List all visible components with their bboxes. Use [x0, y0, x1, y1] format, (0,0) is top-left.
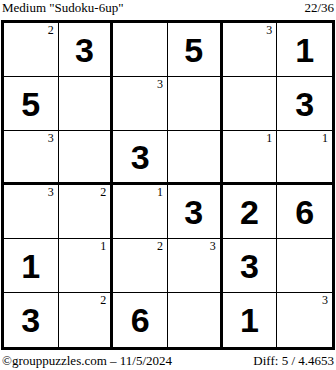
- pencil-mark: 1: [322, 132, 328, 144]
- given-digit: 3: [240, 249, 259, 283]
- cell-r2c3[interactable]: 3: [113, 77, 168, 131]
- given-digit: 6: [131, 303, 150, 337]
- cell-r4c2[interactable]: 2: [59, 185, 114, 239]
- given-digit: 3: [295, 87, 314, 121]
- puzzle-page: Medium "Sudoku-6up" 22/36 23531533331132…: [0, 0, 336, 370]
- cell-r1c3[interactable]: [113, 23, 168, 77]
- sudoku-board: 2353153333113213261123332613: [1, 20, 335, 350]
- cell-r2c5[interactable]: [223, 77, 278, 131]
- pencil-mark: 3: [48, 186, 54, 198]
- cell-r3c6[interactable]: 1: [277, 131, 332, 185]
- cell-r1c4[interactable]: 5: [168, 23, 223, 77]
- pencil-mark: 2: [100, 294, 106, 306]
- cell-r2c1[interactable]: 5: [4, 77, 59, 131]
- cell-r1c5[interactable]: 3: [223, 23, 278, 77]
- cell-r6c3[interactable]: 6: [113, 293, 168, 347]
- cell-r4c5[interactable]: 2: [223, 185, 278, 239]
- pencil-mark: 1: [266, 132, 272, 144]
- pencil-mark: 2: [100, 186, 106, 198]
- cell-r4c1[interactable]: 3: [4, 185, 59, 239]
- pencil-mark: 2: [48, 24, 54, 36]
- pencil-mark: 3: [210, 240, 216, 252]
- cell-r1c2[interactable]: 3: [59, 23, 114, 77]
- cell-r1c1[interactable]: 2: [4, 23, 59, 77]
- cell-r4c6[interactable]: 6: [277, 185, 332, 239]
- cell-r3c2[interactable]: [59, 131, 114, 185]
- pencil-mark: 1: [157, 186, 163, 198]
- cell-r1c6[interactable]: 1: [277, 23, 332, 77]
- cell-r6c2[interactable]: 2: [59, 293, 114, 347]
- pencil-mark: 3: [266, 24, 272, 36]
- cell-r4c3[interactable]: 1: [113, 185, 168, 239]
- puzzle-title: Medium "Sudoku-6up": [2, 0, 123, 15]
- cell-r2c6[interactable]: 3: [277, 77, 332, 131]
- footer: ©grouppuzzles.com – 11/5/2024 Diff: 5 / …: [2, 352, 334, 368]
- cell-r5c4[interactable]: 3: [168, 239, 223, 293]
- cell-r4c4[interactable]: 3: [168, 185, 223, 239]
- copyright-credit: ©grouppuzzles.com – 11/5/2024: [2, 354, 172, 368]
- difficulty-label: Diff: 5 / 4.4653: [253, 354, 334, 368]
- given-digit: 3: [75, 33, 94, 67]
- cell-r6c1[interactable]: 3: [4, 293, 59, 347]
- cell-r6c4[interactable]: [168, 293, 223, 347]
- given-digit: 5: [21, 87, 40, 121]
- pencil-mark: 3: [322, 294, 328, 306]
- cell-r5c5[interactable]: 3: [223, 239, 278, 293]
- given-digit: 5: [184, 33, 203, 67]
- given-digit: 3: [21, 303, 40, 337]
- pencil-mark: 3: [48, 132, 54, 144]
- given-digit: 1: [21, 249, 40, 283]
- cell-r5c3[interactable]: 2: [113, 239, 168, 293]
- given-digit: 3: [184, 195, 203, 229]
- cell-r5c6[interactable]: [277, 239, 332, 293]
- cell-r5c2[interactable]: 1: [59, 239, 114, 293]
- cell-r6c5[interactable]: 1: [223, 293, 278, 347]
- given-digit: 3: [131, 140, 150, 174]
- cell-r3c4[interactable]: [168, 131, 223, 185]
- cell-r6c6[interactable]: 3: [277, 293, 332, 347]
- cell-r3c3[interactable]: 3: [113, 131, 168, 185]
- given-digit: 6: [295, 195, 314, 229]
- given-digit: 1: [240, 303, 259, 337]
- given-digit: 2: [240, 195, 259, 229]
- cell-r2c4[interactable]: [168, 77, 223, 131]
- given-digit: 1: [295, 33, 314, 67]
- pencil-mark: 1: [100, 240, 106, 252]
- pencil-mark: 2: [157, 240, 163, 252]
- cell-r2c2[interactable]: [59, 77, 114, 131]
- pencil-mark: 3: [157, 78, 163, 90]
- header: Medium "Sudoku-6up" 22/36: [2, 0, 334, 18]
- cell-r5c1[interactable]: 1: [4, 239, 59, 293]
- puzzle-counter: 22/36: [304, 0, 334, 15]
- cell-r3c1[interactable]: 3: [4, 131, 59, 185]
- cell-r3c5[interactable]: 1: [223, 131, 278, 185]
